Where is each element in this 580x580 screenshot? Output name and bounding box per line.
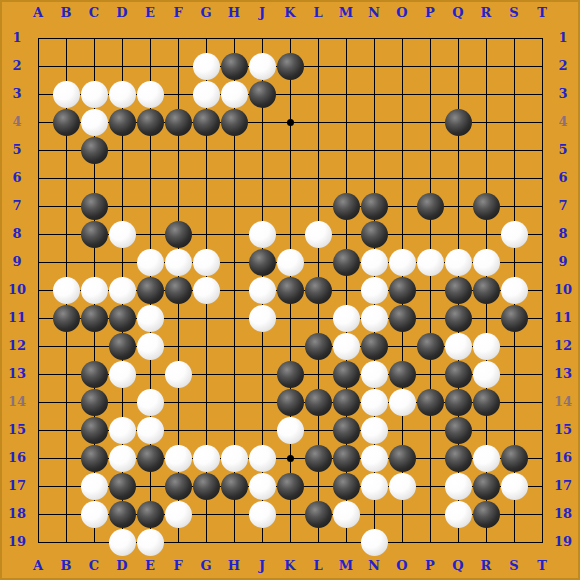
row-label-left: 11 [5, 310, 29, 326]
stone-white-J8 [249, 221, 276, 248]
row-label-right: 4 [551, 114, 575, 130]
row-label-right: 1 [551, 30, 575, 46]
stone-black-M16 [333, 445, 360, 472]
row-label-left: 1 [5, 30, 29, 46]
row-label-left: 17 [5, 478, 29, 494]
column-label-top: T [530, 5, 554, 21]
stone-white-R13 [473, 361, 500, 388]
row-label-right: 19 [551, 534, 575, 550]
stone-black-Q4 [445, 109, 472, 136]
stone-black-O11 [389, 305, 416, 332]
stone-white-S17 [501, 473, 528, 500]
stone-white-G9 [193, 249, 220, 276]
stone-white-C10 [81, 277, 108, 304]
stone-white-B10 [53, 277, 80, 304]
stone-white-O17 [389, 473, 416, 500]
stone-black-J9 [249, 249, 276, 276]
stone-black-S16 [501, 445, 528, 472]
stone-white-C3 [81, 81, 108, 108]
row-label-right: 3 [551, 86, 575, 102]
stone-black-C15 [81, 417, 108, 444]
stone-white-N10 [361, 277, 388, 304]
stone-black-L10 [305, 277, 332, 304]
stone-white-F13 [165, 361, 192, 388]
stone-white-N16 [361, 445, 388, 472]
column-label-bottom: G [194, 558, 218, 574]
stone-white-N15 [361, 417, 388, 444]
stone-white-N14 [361, 389, 388, 416]
stone-black-R14 [473, 389, 500, 416]
column-label-top: G [194, 5, 218, 21]
row-label-left: 10 [5, 282, 29, 298]
column-label-top: R [474, 5, 498, 21]
stone-white-S10 [501, 277, 528, 304]
stone-white-H16 [221, 445, 248, 472]
stone-black-H4 [221, 109, 248, 136]
stone-black-C16 [81, 445, 108, 472]
column-label-bottom: A [26, 558, 50, 574]
stone-white-F18 [165, 501, 192, 528]
column-label-bottom: B [54, 558, 78, 574]
stone-black-O10 [389, 277, 416, 304]
stone-black-E18 [137, 501, 164, 528]
stone-black-K10 [277, 277, 304, 304]
column-label-bottom: O [390, 558, 414, 574]
stone-black-C13 [81, 361, 108, 388]
row-label-left: 14 [5, 394, 29, 410]
stone-white-E14 [137, 389, 164, 416]
row-label-left: 7 [5, 198, 29, 214]
stone-white-F9 [165, 249, 192, 276]
stone-white-G3 [193, 81, 220, 108]
stone-white-E3 [137, 81, 164, 108]
stone-black-D4 [109, 109, 136, 136]
row-label-right: 9 [551, 254, 575, 270]
row-label-left: 16 [5, 450, 29, 466]
stone-black-B4 [53, 109, 80, 136]
row-label-right: 7 [551, 198, 575, 214]
stone-black-K14 [277, 389, 304, 416]
stone-white-N9 [361, 249, 388, 276]
column-label-bottom: K [278, 558, 302, 574]
stone-white-D3 [109, 81, 136, 108]
stone-white-J11 [249, 305, 276, 332]
stone-white-B3 [53, 81, 80, 108]
row-label-right: 6 [551, 170, 575, 186]
stone-white-N11 [361, 305, 388, 332]
stone-white-G2 [193, 53, 220, 80]
stone-white-H3 [221, 81, 248, 108]
stone-white-R16 [473, 445, 500, 472]
stone-white-Q12 [445, 333, 472, 360]
grid-vertical-line [430, 38, 431, 543]
stone-black-R18 [473, 501, 500, 528]
stone-white-C4 [81, 109, 108, 136]
column-label-bottom: J [250, 558, 274, 574]
row-label-left: 9 [5, 254, 29, 270]
stone-black-M7 [333, 193, 360, 220]
stone-white-E12 [137, 333, 164, 360]
stone-black-J3 [249, 81, 276, 108]
stone-white-E19 [137, 529, 164, 556]
row-label-right: 11 [551, 310, 575, 326]
stone-white-Q17 [445, 473, 472, 500]
row-label-right: 16 [551, 450, 575, 466]
row-label-left: 15 [5, 422, 29, 438]
stone-white-J10 [249, 277, 276, 304]
stone-black-L12 [305, 333, 332, 360]
stone-white-D16 [109, 445, 136, 472]
stone-black-M13 [333, 361, 360, 388]
stone-black-Q15 [445, 417, 472, 444]
stone-black-E16 [137, 445, 164, 472]
column-label-top: K [278, 5, 302, 21]
stone-white-R12 [473, 333, 500, 360]
stone-white-K15 [277, 417, 304, 444]
stone-white-L8 [305, 221, 332, 248]
stone-white-N19 [361, 529, 388, 556]
stone-white-D10 [109, 277, 136, 304]
row-label-right: 17 [551, 478, 575, 494]
stone-white-F16 [165, 445, 192, 472]
column-label-top: H [222, 5, 246, 21]
column-label-bottom: N [362, 558, 386, 574]
column-label-top: P [418, 5, 442, 21]
go-board[interactable]: AABBCCDDEEFFGGHHJJKKLLMMNNOOPPQQRRSSTT11… [0, 0, 580, 580]
row-label-left: 13 [5, 366, 29, 382]
row-label-right: 12 [551, 338, 575, 354]
stone-black-N12 [361, 333, 388, 360]
stone-black-C14 [81, 389, 108, 416]
stone-black-G17 [193, 473, 220, 500]
stone-white-D19 [109, 529, 136, 556]
column-label-top: Q [446, 5, 470, 21]
column-label-top: D [110, 5, 134, 21]
stone-white-J17 [249, 473, 276, 500]
stone-black-L16 [305, 445, 332, 472]
column-label-bottom: F [166, 558, 190, 574]
stone-black-G4 [193, 109, 220, 136]
stone-black-R7 [473, 193, 500, 220]
star-point [287, 119, 294, 126]
column-label-top: L [306, 5, 330, 21]
stone-black-C7 [81, 193, 108, 220]
row-label-left: 5 [5, 142, 29, 158]
stone-black-R10 [473, 277, 500, 304]
column-label-top: S [502, 5, 526, 21]
column-label-bottom: R [474, 558, 498, 574]
column-label-top: C [82, 5, 106, 21]
row-label-right: 18 [551, 506, 575, 522]
star-point [287, 455, 294, 462]
stone-black-Q13 [445, 361, 472, 388]
stone-white-D15 [109, 417, 136, 444]
column-label-bottom: C [82, 558, 106, 574]
column-label-bottom: D [110, 558, 134, 574]
row-label-left: 12 [5, 338, 29, 354]
stone-black-P12 [417, 333, 444, 360]
column-label-top: N [362, 5, 386, 21]
stone-white-G10 [193, 277, 220, 304]
stone-black-K13 [277, 361, 304, 388]
stone-white-R9 [473, 249, 500, 276]
stone-black-M9 [333, 249, 360, 276]
stone-white-J16 [249, 445, 276, 472]
column-label-bottom: L [306, 558, 330, 574]
stone-black-R17 [473, 473, 500, 500]
grid-vertical-line [542, 38, 543, 543]
stone-black-F8 [165, 221, 192, 248]
stone-black-S11 [501, 305, 528, 332]
column-label-bottom: Q [446, 558, 470, 574]
column-label-top: B [54, 5, 78, 21]
stone-black-Q11 [445, 305, 472, 332]
stone-black-K17 [277, 473, 304, 500]
stone-white-N17 [361, 473, 388, 500]
stone-black-Q10 [445, 277, 472, 304]
stone-white-Q18 [445, 501, 472, 528]
row-label-right: 13 [551, 366, 575, 382]
stone-white-C17 [81, 473, 108, 500]
stone-black-N8 [361, 221, 388, 248]
stone-black-P14 [417, 389, 444, 416]
stone-black-M15 [333, 417, 360, 444]
stone-white-D13 [109, 361, 136, 388]
stone-white-M18 [333, 501, 360, 528]
stone-black-O16 [389, 445, 416, 472]
stone-white-S8 [501, 221, 528, 248]
stone-black-H2 [221, 53, 248, 80]
column-label-top: O [390, 5, 414, 21]
row-label-right: 8 [551, 226, 575, 242]
row-label-right: 15 [551, 422, 575, 438]
row-label-left: 19 [5, 534, 29, 550]
stone-white-E15 [137, 417, 164, 444]
column-label-bottom: P [418, 558, 442, 574]
stone-white-C18 [81, 501, 108, 528]
stone-white-K9 [277, 249, 304, 276]
column-label-bottom: H [222, 558, 246, 574]
stone-white-M11 [333, 305, 360, 332]
column-label-top: M [334, 5, 358, 21]
stone-black-D12 [109, 333, 136, 360]
stone-black-F4 [165, 109, 192, 136]
stone-black-C5 [81, 137, 108, 164]
stone-white-D8 [109, 221, 136, 248]
column-label-bottom: E [138, 558, 162, 574]
stone-black-B11 [53, 305, 80, 332]
row-label-right: 5 [551, 142, 575, 158]
row-label-right: 14 [551, 394, 575, 410]
column-label-top: A [26, 5, 50, 21]
stone-black-K2 [277, 53, 304, 80]
stone-white-E9 [137, 249, 164, 276]
stone-black-D11 [109, 305, 136, 332]
column-label-top: J [250, 5, 274, 21]
stone-black-Q16 [445, 445, 472, 472]
row-label-left: 2 [5, 58, 29, 74]
row-label-left: 3 [5, 86, 29, 102]
stone-black-E10 [137, 277, 164, 304]
stone-black-H17 [221, 473, 248, 500]
column-label-bottom: M [334, 558, 358, 574]
stone-black-P7 [417, 193, 444, 220]
stone-black-L14 [305, 389, 332, 416]
row-label-right: 10 [551, 282, 575, 298]
stone-black-O13 [389, 361, 416, 388]
stone-white-J18 [249, 501, 276, 528]
stone-black-C8 [81, 221, 108, 248]
column-label-top: F [166, 5, 190, 21]
row-label-left: 6 [5, 170, 29, 186]
column-label-bottom: T [530, 558, 554, 574]
stone-white-P9 [417, 249, 444, 276]
column-label-top: E [138, 5, 162, 21]
stone-white-G16 [193, 445, 220, 472]
stone-white-O14 [389, 389, 416, 416]
stone-black-D17 [109, 473, 136, 500]
row-label-left: 8 [5, 226, 29, 242]
stone-white-J2 [249, 53, 276, 80]
stone-black-C11 [81, 305, 108, 332]
stone-black-F10 [165, 277, 192, 304]
stone-white-N13 [361, 361, 388, 388]
stone-black-D18 [109, 501, 136, 528]
stone-black-M17 [333, 473, 360, 500]
row-label-left: 18 [5, 506, 29, 522]
column-label-bottom: S [502, 558, 526, 574]
stone-white-Q9 [445, 249, 472, 276]
stone-black-M14 [333, 389, 360, 416]
stone-black-N7 [361, 193, 388, 220]
stone-black-Q14 [445, 389, 472, 416]
stone-white-M12 [333, 333, 360, 360]
stone-white-E11 [137, 305, 164, 332]
row-label-right: 2 [551, 58, 575, 74]
row-label-left: 4 [5, 114, 29, 130]
stone-white-O9 [389, 249, 416, 276]
stone-black-L18 [305, 501, 332, 528]
stone-black-F17 [165, 473, 192, 500]
stone-black-E4 [137, 109, 164, 136]
